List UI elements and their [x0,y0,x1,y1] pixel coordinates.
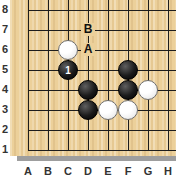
row-label-1: 1 [0,143,10,155]
black-stone-F5 [118,60,138,80]
grid-line-vertical [148,0,149,151]
grid-line-vertical [108,0,109,151]
white-stone-E3 [98,100,118,120]
letter-mark-A[interactable]: A [81,43,95,56]
white-stone-C6 [58,40,78,60]
letter-mark-B[interactable]: B [81,23,95,36]
col-label-E: E [101,164,115,178]
row-label-6: 6 [0,43,10,55]
col-label-A: A [21,164,35,178]
grid-line-vertical [48,0,49,151]
row-label-3: 3 [0,103,10,115]
row-label-4: 4 [0,83,10,95]
white-stone-G4 [138,80,158,100]
row-label-2: 2 [0,123,10,135]
grid-line-horizontal [28,50,176,51]
grid-line-horizontal [28,30,176,31]
grid-line-horizontal [28,70,176,71]
grid-line-horizontal [28,10,176,11]
row-label-5: 5 [0,63,10,75]
grid-line-vertical [168,0,169,151]
col-label-D: D [81,164,95,178]
black-stone-F4 [118,80,138,100]
col-label-F: F [121,164,135,178]
black-stone-C5: 1 [58,60,78,80]
col-label-G: G [141,164,155,178]
col-label-C: C [61,164,75,178]
go-diagram: 87654321ABCDEFGH 1 AB [0,0,176,179]
row-label-8: 8 [0,3,10,15]
row-label-7: 7 [0,23,10,35]
grid-line-vertical [28,0,29,151]
move-number-label: 1 [59,61,77,79]
white-stone-F3 [118,100,138,120]
board-drop-shadow [17,156,176,161]
col-label-H: H [161,164,175,178]
col-label-B: B [41,164,55,178]
black-stone-D4 [78,80,98,100]
grid-line-horizontal [28,150,176,151]
black-stone-D3 [78,100,98,120]
grid-line-horizontal [28,130,176,131]
